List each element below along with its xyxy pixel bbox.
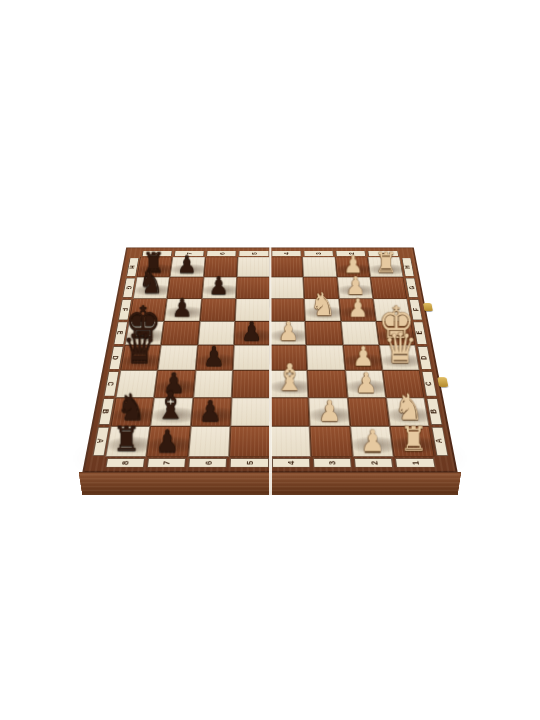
file-label-left-D-text: D	[111, 356, 121, 360]
file-label-right-C-text: C	[424, 382, 434, 386]
product-photo-stage: 87654321H♜♟♟♜HG♞♟♟GF♟♞♟FE♚♟♟♚ED♛♟♟♛DC♟♝♟…	[0, 0, 540, 720]
square-b7: ♝	[151, 397, 193, 426]
square-b4	[270, 397, 310, 426]
piece-wP-e4: ♟	[277, 318, 298, 344]
piece-bQ-d8: ♛	[122, 328, 156, 370]
square-h4	[270, 257, 303, 277]
square-a6	[188, 426, 231, 457]
rank-label-bottom-2: 2	[354, 458, 393, 467]
square-g6: ♟	[201, 277, 236, 298]
square-a4	[270, 426, 311, 457]
rank-label-top-4: 4	[271, 250, 301, 256]
rank-label-top-4-text: 4	[282, 252, 290, 254]
rank-label-bottom-8: 8	[105, 458, 145, 467]
piece-wQ-d1: ♛	[384, 328, 418, 370]
square-b6: ♟	[190, 397, 231, 426]
file-label-right-A: A	[431, 427, 448, 455]
square-f7: ♟	[164, 298, 201, 321]
rank-label-bottom-2-text: 2	[368, 461, 378, 465]
rank-label-bottom-5-text: 5	[244, 461, 254, 465]
piece-wN-f3: ♞	[310, 288, 336, 320]
square-h7: ♟	[170, 257, 205, 277]
frame-corner-bottom-right	[435, 457, 452, 469]
square-h5	[237, 257, 270, 277]
square-e4: ♟	[270, 321, 306, 345]
square-c4: ♝	[270, 370, 309, 397]
rank-label-top-1-text: 1	[379, 252, 387, 254]
rank-label-top-2-text: 2	[347, 252, 355, 254]
square-a8: ♜	[105, 426, 150, 457]
rank-label-top-5: 5	[239, 250, 269, 256]
square-e7	[161, 321, 199, 345]
piece-bP-a7: ♟	[155, 426, 179, 456]
square-h1: ♜	[367, 257, 403, 277]
piece-bR-a8: ♜	[112, 422, 140, 456]
rank-label-top-8-text: 8	[153, 252, 161, 254]
file-label-left-C-text: C	[106, 382, 116, 386]
square-d3	[306, 345, 345, 370]
file-label-right-G-text: G	[407, 286, 416, 290]
square-a2: ♟	[350, 426, 394, 457]
square-d1: ♛	[379, 345, 420, 370]
rank-label-top-6: 6	[206, 250, 236, 256]
piece-wR-a1: ♜	[400, 422, 428, 456]
rank-label-bottom-6: 6	[188, 458, 227, 467]
square-a3	[310, 426, 353, 457]
square-a7: ♟	[147, 426, 191, 457]
square-f6	[199, 298, 235, 321]
piece-bN-g8: ♞	[137, 267, 162, 298]
rank-label-bottom-5: 5	[230, 458, 269, 467]
piece-bP-g6: ♟	[209, 273, 229, 298]
piece-wP-d2: ♟	[352, 343, 374, 370]
file-label-right-H: H	[401, 258, 414, 277]
square-g4	[270, 277, 304, 298]
board-frame: 87654321H♜♟♟♜HG♞♟♟GF♟♞♟FE♚♟♟♚ED♛♟♟♛DC♟♝♟…	[82, 247, 457, 472]
piece-bP-e5: ♟	[241, 318, 262, 344]
file-label-left-G-text: G	[124, 286, 133, 290]
piece-bP-h7: ♟	[177, 252, 197, 276]
square-c5	[231, 370, 270, 397]
rank-label-bottom-4-text: 4	[286, 461, 296, 465]
frame-corner-top-right	[399, 250, 412, 257]
rank-label-top-5-text: 5	[250, 252, 258, 254]
rank-label-top-7-text: 7	[185, 252, 193, 254]
file-label-right-G: G	[405, 278, 418, 298]
file-label-left-A: A	[92, 427, 109, 455]
square-a1: ♜	[389, 426, 434, 457]
square-b5	[230, 397, 270, 426]
piece-wP-b3: ♟	[318, 396, 341, 425]
board-fold-seam	[269, 247, 272, 473]
square-a5	[229, 426, 270, 457]
rank-label-top-3: 3	[303, 250, 333, 256]
piece-bB-b7: ♝	[155, 387, 186, 425]
rank-label-bottom-7: 7	[147, 458, 186, 467]
file-label-left-F-text: F	[120, 308, 129, 311]
piece-bP-b6: ♟	[199, 396, 222, 425]
piece-wP-c2: ♟	[355, 369, 378, 397]
rank-label-bottom-7-text: 7	[161, 461, 171, 465]
file-label-left-A-text: A	[95, 439, 106, 444]
square-f2: ♟	[339, 298, 376, 321]
file-label-right-B-text: B	[429, 409, 439, 414]
rank-label-bottom-4: 4	[271, 458, 310, 467]
square-c2: ♟	[345, 370, 386, 397]
file-label-left-H-text: H	[128, 265, 137, 268]
piece-wB-c4: ♝	[274, 359, 304, 396]
folding-chess-board: 87654321H♜♟♟♜HG♞♟♟GF♟♞♟FE♚♟♟♚ED♛♟♟♛DC♟♝♟…	[82, 247, 457, 472]
rank-label-bottom-8-text: 8	[120, 461, 131, 465]
square-d8: ♛	[120, 345, 161, 370]
rank-label-bottom-3-text: 3	[327, 461, 337, 465]
square-d6: ♟	[195, 345, 234, 370]
rank-label-bottom-1: 1	[395, 458, 435, 467]
board-scene: 87654321H♜♟♟♜HG♞♟♟GF♟♞♟FE♚♟♟♚ED♛♟♟♛DC♟♝♟…	[107, 166, 433, 525]
piece-wP-f2: ♟	[348, 295, 369, 320]
case-front-side	[78, 472, 461, 496]
file-label-right-A-text: A	[434, 439, 445, 444]
square-d5	[233, 345, 270, 370]
brass-clasp-icon	[423, 303, 433, 311]
square-b2	[347, 397, 389, 426]
file-label-right-H-text: H	[403, 265, 412, 268]
square-e5: ♟	[234, 321, 270, 345]
square-e3	[305, 321, 342, 345]
rank-label-top-6-text: 6	[218, 252, 226, 254]
frame-corner-bottom-left	[88, 457, 105, 469]
square-b3: ♟	[309, 397, 350, 426]
rank-label-bottom-6-text: 6	[203, 461, 213, 465]
piece-bP-f7: ♟	[172, 295, 193, 320]
square-g5	[236, 277, 270, 298]
piece-wP-a2: ♟	[361, 426, 385, 456]
frame-corner-top-left	[128, 250, 141, 257]
rank-label-bottom-1-text: 1	[410, 461, 421, 465]
file-label-left-B-text: B	[101, 409, 111, 414]
file-label-right-F-text: F	[411, 308, 420, 311]
brass-clasp-icon	[437, 377, 448, 387]
square-h3	[302, 257, 336, 277]
square-f3: ♞	[304, 298, 340, 321]
piece-bP-d6: ♟	[203, 343, 225, 370]
file-label-right-D-text: D	[419, 356, 429, 360]
rank-label-bottom-3: 3	[313, 458, 352, 467]
rank-label-top-3-text: 3	[314, 252, 322, 254]
